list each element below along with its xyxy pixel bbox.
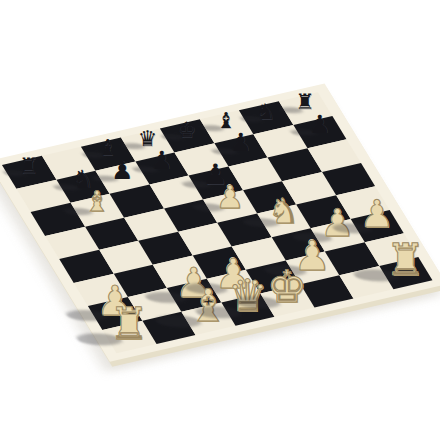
chess-board bbox=[0, 83, 440, 361]
product-photo-canvas: ♜♝♛♚♝♞♜♞♟♟♟♟♟♝♟♞♟♟♟♟♟♟♜♝♛♚♜ bbox=[0, 0, 440, 440]
board-grid bbox=[2, 92, 433, 353]
